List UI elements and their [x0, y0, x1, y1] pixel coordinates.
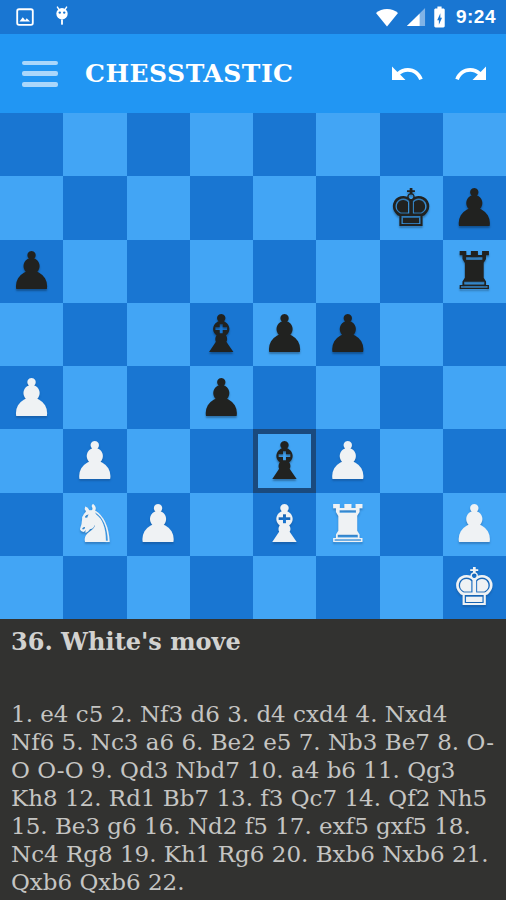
- piece-black-bishop[interactable]: ♝: [261, 435, 308, 487]
- square-c3[interactable]: [127, 429, 190, 492]
- square-c4[interactable]: [127, 366, 190, 429]
- piece-white-pawn[interactable]: ♟: [8, 372, 55, 424]
- app-screen: 9:24 CHESSTASTIC ♚♟♟♜♝♟♟♟♟♟♝♟♞♟♝♜♟♚ 36. …: [0, 0, 506, 900]
- piece-black-bishop[interactable]: ♝: [198, 308, 245, 360]
- move-list[interactable]: 1. e4 c5 2. Nf3 d6 3. d4 cxd4 4. Nxd4 Nf…: [11, 700, 495, 896]
- status-bar-clock: 9:24: [456, 6, 496, 28]
- square-f2[interactable]: ♜: [316, 493, 379, 556]
- square-a2[interactable]: [0, 493, 63, 556]
- wifi-icon: [375, 7, 399, 27]
- square-d8[interactable]: [190, 113, 253, 176]
- image-notification-icon: [14, 6, 36, 28]
- square-g7[interactable]: ♚: [380, 176, 443, 239]
- move-panel: 36. White's move 1. e4 c5 2. Nf3 d6 3. d…: [0, 619, 506, 900]
- square-c1[interactable]: [127, 556, 190, 619]
- square-h7[interactable]: ♟: [443, 176, 506, 239]
- square-f3[interactable]: ♟: [316, 429, 379, 492]
- square-f8[interactable]: [316, 113, 379, 176]
- square-g8[interactable]: [380, 113, 443, 176]
- piece-white-pawn[interactable]: ♟: [325, 435, 372, 487]
- square-b2[interactable]: ♞: [63, 493, 126, 556]
- square-e3[interactable]: ♝: [253, 429, 316, 492]
- square-d1[interactable]: [190, 556, 253, 619]
- square-f6[interactable]: [316, 240, 379, 303]
- square-a7[interactable]: [0, 176, 63, 239]
- square-d6[interactable]: [190, 240, 253, 303]
- square-g4[interactable]: [380, 366, 443, 429]
- cell-signal-icon: [405, 7, 427, 27]
- square-h8[interactable]: [443, 113, 506, 176]
- square-a5[interactable]: [0, 303, 63, 366]
- square-b3[interactable]: ♟: [63, 429, 126, 492]
- piece-black-king[interactable]: ♚: [388, 182, 435, 234]
- square-h5[interactable]: [443, 303, 506, 366]
- square-f5[interactable]: ♟: [316, 303, 379, 366]
- piece-white-pawn[interactable]: ♟: [72, 435, 119, 487]
- square-h1[interactable]: ♚: [443, 556, 506, 619]
- square-g1[interactable]: [380, 556, 443, 619]
- square-a8[interactable]: [0, 113, 63, 176]
- battery-charging-icon: [433, 6, 446, 28]
- square-h2[interactable]: ♟: [443, 493, 506, 556]
- square-f7[interactable]: [316, 176, 379, 239]
- menu-icon[interactable]: [22, 61, 58, 87]
- square-d4[interactable]: ♟: [190, 366, 253, 429]
- chess-board: ♚♟♟♜♝♟♟♟♟♟♝♟♞♟♝♜♟♚: [0, 113, 506, 619]
- android-robot-icon: [51, 5, 73, 29]
- redo-icon[interactable]: [450, 56, 492, 92]
- piece-black-pawn[interactable]: ♟: [198, 372, 245, 424]
- square-g2[interactable]: [380, 493, 443, 556]
- piece-white-pawn[interactable]: ♟: [451, 498, 498, 550]
- square-e1[interactable]: [253, 556, 316, 619]
- square-g3[interactable]: [380, 429, 443, 492]
- square-e7[interactable]: [253, 176, 316, 239]
- piece-black-pawn[interactable]: ♟: [451, 182, 498, 234]
- square-b6[interactable]: [63, 240, 126, 303]
- piece-black-pawn[interactable]: ♟: [8, 245, 55, 297]
- status-bar: 9:24: [0, 0, 506, 34]
- piece-white-rook[interactable]: ♜: [325, 498, 372, 550]
- piece-white-bishop[interactable]: ♝: [261, 498, 308, 550]
- square-a1[interactable]: [0, 556, 63, 619]
- square-a6[interactable]: ♟: [0, 240, 63, 303]
- square-d3[interactable]: [190, 429, 253, 492]
- square-g6[interactable]: [380, 240, 443, 303]
- square-h6[interactable]: ♜: [443, 240, 506, 303]
- square-e8[interactable]: [253, 113, 316, 176]
- square-e4[interactable]: [253, 366, 316, 429]
- square-e6[interactable]: [253, 240, 316, 303]
- piece-white-knight[interactable]: ♞: [72, 498, 119, 550]
- square-d2[interactable]: [190, 493, 253, 556]
- piece-black-pawn[interactable]: ♟: [261, 308, 308, 360]
- toolbar-actions: [386, 56, 492, 92]
- square-b4[interactable]: [63, 366, 126, 429]
- square-f4[interactable]: [316, 366, 379, 429]
- square-b8[interactable]: [63, 113, 126, 176]
- square-e2[interactable]: ♝: [253, 493, 316, 556]
- square-c7[interactable]: [127, 176, 190, 239]
- square-a3[interactable]: [0, 429, 63, 492]
- square-d5[interactable]: ♝: [190, 303, 253, 366]
- status-bar-right: 9:24: [375, 6, 496, 28]
- square-c2[interactable]: ♟: [127, 493, 190, 556]
- square-d7[interactable]: [190, 176, 253, 239]
- status-bar-left: [14, 5, 73, 29]
- square-h3[interactable]: [443, 429, 506, 492]
- undo-icon[interactable]: [386, 56, 428, 92]
- piece-white-king[interactable]: ♚: [451, 561, 498, 613]
- square-c8[interactable]: [127, 113, 190, 176]
- piece-white-pawn[interactable]: ♟: [135, 498, 182, 550]
- square-b7[interactable]: [63, 176, 126, 239]
- square-b1[interactable]: [63, 556, 126, 619]
- square-b5[interactable]: [63, 303, 126, 366]
- square-c5[interactable]: [127, 303, 190, 366]
- square-h4[interactable]: [443, 366, 506, 429]
- piece-black-pawn[interactable]: ♟: [325, 308, 372, 360]
- move-heading: 36. White's move: [11, 627, 495, 656]
- app-bar: CHESSTASTIC: [0, 34, 506, 113]
- square-f1[interactable]: [316, 556, 379, 619]
- square-c6[interactable]: [127, 240, 190, 303]
- square-a4[interactable]: ♟: [0, 366, 63, 429]
- square-e5[interactable]: ♟: [253, 303, 316, 366]
- square-g5[interactable]: [380, 303, 443, 366]
- app-title: CHESSTASTIC: [85, 59, 294, 88]
- piece-black-rook[interactable]: ♜: [451, 245, 498, 297]
